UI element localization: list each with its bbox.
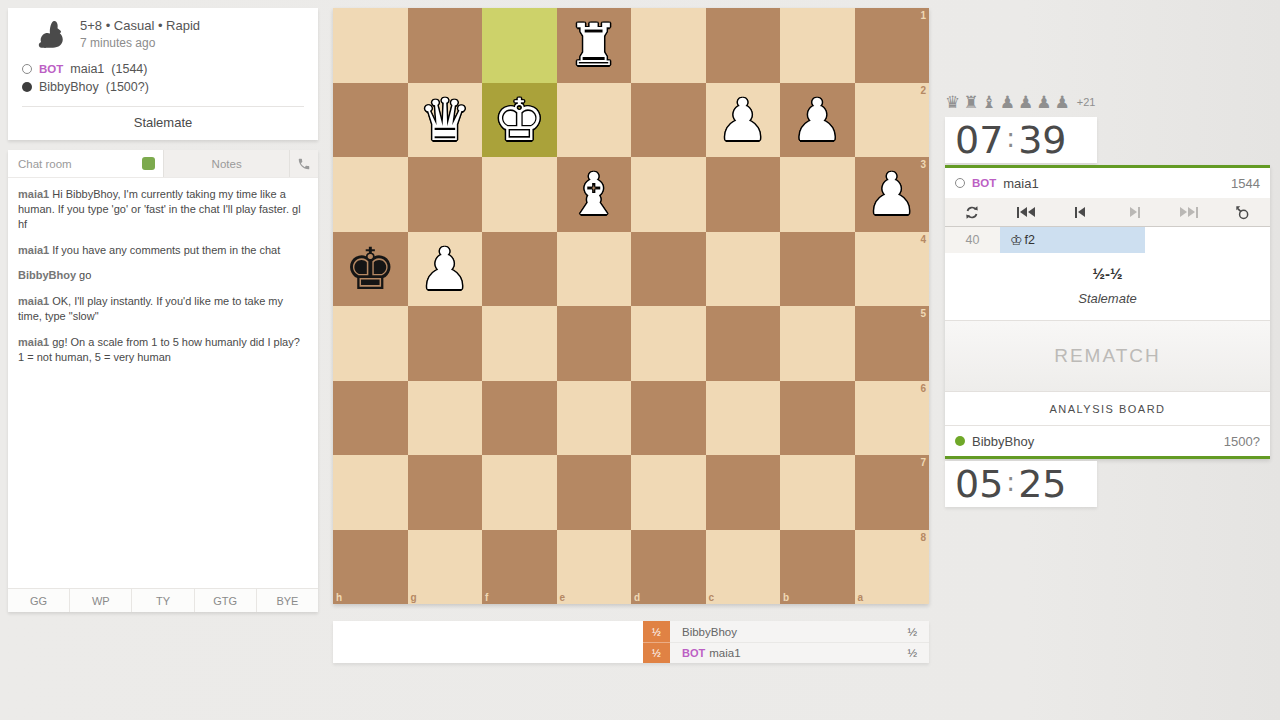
square-d8[interactable]: d <box>631 530 706 605</box>
player-black-rating: (1500?) <box>106 80 149 94</box>
time-control: 5+8 • Casual • Rapid <box>80 18 200 33</box>
captured-pieces: ♛︎♜︎♝︎♟︎♟︎♟︎♟︎+21 <box>945 92 1270 112</box>
chat-author: maia1 <box>18 336 49 348</box>
game-side-panel: ♛︎♜︎♝︎♟︎♟︎♟︎♟︎+21 07 : 39 BOT maia1 1544… <box>945 92 1270 507</box>
move-kf2[interactable]: ♔ f2 <box>1000 227 1145 253</box>
chat-panel: Chat room Notes maia1Hi BibbyBhoy, I'm c… <box>8 150 318 612</box>
rank-label-4: 4 <box>920 234 926 245</box>
white-color-icon <box>22 64 32 74</box>
square-c6[interactable] <box>706 381 781 456</box>
crosstable: ½BibbyBhoy½½BOTmaia1½ <box>333 621 929 663</box>
square-e7[interactable] <box>557 455 632 530</box>
player-black-line[interactable]: BibbyBhoy (1500?) <box>22 78 304 96</box>
white-clock-minutes: 07 <box>955 118 1003 162</box>
file-label-g: g <box>411 592 417 603</box>
player-black-name: BibbyBhoy <box>39 80 99 94</box>
square-b2[interactable]: ♟︎ <box>780 83 855 158</box>
chat-author: maia1 <box>18 244 49 256</box>
quick-chat-buttons: GGWPTYGTGBYE <box>8 588 318 612</box>
file-label-f: f <box>485 592 488 603</box>
crosstable-total-score: ½ <box>907 626 917 638</box>
quick-chat-gtg[interactable]: GTG <box>194 589 256 612</box>
chat-message: maia1If you have any comments put them i… <box>18 243 308 258</box>
file-label-d: d <box>634 592 640 603</box>
file-label-b: b <box>783 592 789 603</box>
captured-queen-icon: ♛︎ <box>945 92 960 112</box>
black-clock-seconds: 25 <box>1018 462 1066 506</box>
square-b4[interactable] <box>780 232 855 307</box>
quick-chat-gg[interactable]: GG <box>8 589 69 612</box>
rank-label-5: 5 <box>920 308 926 319</box>
top-player-name: maia1 <box>1003 176 1038 191</box>
piece-wP-b2[interactable]: ♟︎ <box>791 91 843 149</box>
clock-colon: : <box>1006 467 1015 497</box>
time-ago: 7 minutes ago <box>80 36 200 50</box>
square-f4[interactable] <box>482 232 557 307</box>
square-e2[interactable] <box>557 83 632 158</box>
square-a3[interactable]: ♟︎3 <box>855 157 930 232</box>
quick-chat-ty[interactable]: TY <box>131 589 193 612</box>
piece-wR-e1[interactable]: ♜︎ <box>568 16 620 74</box>
file-label-c: c <box>709 592 715 603</box>
replay-controls <box>945 198 1270 227</box>
crosstable-games-area <box>333 642 643 663</box>
chat-author: maia1 <box>18 188 49 200</box>
bottom-player-rating: 1500? <box>1224 434 1260 449</box>
chat-message: BibbyBhoygo <box>18 268 308 283</box>
square-g8[interactable]: g <box>408 530 483 605</box>
result-reason: Stalemate <box>945 291 1270 306</box>
crosstable-player-name[interactable]: BibbyBhoy <box>682 626 737 638</box>
square-f7[interactable] <box>482 455 557 530</box>
square-c4[interactable] <box>706 232 781 307</box>
square-a1[interactable]: 1 <box>855 8 930 83</box>
square-h5[interactable] <box>333 306 408 381</box>
rabbit-icon <box>32 18 68 52</box>
square-a5[interactable]: 5 <box>855 306 930 381</box>
piece-wB-e3[interactable]: ♝︎ <box>568 165 620 223</box>
captured-pawn-icon: ♟︎ <box>1055 92 1070 112</box>
move-list: 40 ♔ f2 <box>945 227 1270 253</box>
square-d2[interactable] <box>631 83 706 158</box>
square-d5[interactable] <box>631 306 706 381</box>
white-color-icon <box>955 178 965 188</box>
bottom-player-row[interactable]: BibbyBhoy 1500? <box>945 425 1270 456</box>
last-move-button[interactable] <box>1162 198 1216 226</box>
captured-bishop-icon: ♝︎ <box>982 92 997 112</box>
crosstable-game-score: ½ <box>643 621 670 642</box>
captured-pawn-icon: ♟︎ <box>1018 92 1033 112</box>
square-h2[interactable] <box>333 83 408 158</box>
square-h7[interactable] <box>333 455 408 530</box>
square-c1[interactable] <box>706 8 781 83</box>
square-f2[interactable]: ♚︎ <box>482 83 557 158</box>
chat-message: maia1Hi BibbyBhoy, I'm currently taking … <box>18 187 308 232</box>
file-label-h: h <box>336 592 342 603</box>
file-label-a: a <box>858 592 864 603</box>
king-move-icon: ♔ <box>1010 232 1023 248</box>
square-c8[interactable]: c <box>706 530 781 605</box>
square-g4[interactable]: ♟︎ <box>408 232 483 307</box>
square-g7[interactable] <box>408 455 483 530</box>
square-g6[interactable] <box>408 381 483 456</box>
square-e5[interactable] <box>557 306 632 381</box>
chat-author: maia1 <box>18 295 49 307</box>
result-score: ½-½ <box>945 265 1270 282</box>
square-e1[interactable]: ♜︎ <box>557 8 632 83</box>
bottom-player-name: BibbyBhoy <box>972 434 1034 449</box>
crosstable-player-cell: BibbyBhoy½ <box>670 621 929 642</box>
chess-board[interactable]: ♜︎1♛︎♚︎♟︎♟︎2♝︎♟︎3♚︎♟︎4567hgfedcb8a <box>333 8 929 604</box>
square-e6[interactable] <box>557 381 632 456</box>
square-a6[interactable]: 6 <box>855 381 930 456</box>
black-color-icon <box>22 82 32 92</box>
square-a2[interactable]: 2 <box>855 83 930 158</box>
piece-bK-h4[interactable]: ♚︎ <box>344 240 396 298</box>
square-f5[interactable] <box>482 306 557 381</box>
analysis-icon[interactable] <box>1216 198 1270 226</box>
chat-messages: maia1Hi BibbyBhoy, I'm currently taking … <box>8 178 318 588</box>
crosstable-player-name[interactable]: maia1 <box>709 647 740 659</box>
square-b3[interactable] <box>780 157 855 232</box>
player-white-rating: (1544) <box>111 62 147 76</box>
white-clock-seconds: 39 <box>1018 118 1066 162</box>
crosstable-game-score: ½ <box>643 642 670 663</box>
rank-label-7: 7 <box>920 457 926 468</box>
square-b7[interactable] <box>780 455 855 530</box>
notes-label: Notes <box>212 158 242 170</box>
tab-notes[interactable]: Notes <box>163 150 289 177</box>
square-e8[interactable]: e <box>557 530 632 605</box>
square-e3[interactable]: ♝︎ <box>557 157 632 232</box>
material-advantage: +21 <box>1077 96 1096 108</box>
square-g2[interactable]: ♛︎ <box>408 83 483 158</box>
captured-pawn-icon: ♟︎ <box>1036 92 1051 112</box>
square-c3[interactable] <box>706 157 781 232</box>
bot-tag: BOT <box>972 177 996 189</box>
piece-wP-g4[interactable]: ♟︎ <box>419 240 471 298</box>
square-c2[interactable]: ♟︎ <box>706 83 781 158</box>
rank-label-1: 1 <box>920 10 926 21</box>
piece-wP-a3[interactable]: ♟︎ <box>866 165 918 223</box>
crosstable-player-cell: BOTmaia1½ <box>670 642 929 663</box>
move-number: 40 <box>945 227 1000 253</box>
chat-toggle[interactable] <box>142 157 155 170</box>
quick-chat-wp[interactable]: WP <box>69 589 131 612</box>
first-move-button[interactable] <box>999 198 1053 226</box>
square-f6[interactable] <box>482 381 557 456</box>
move-target: f2 <box>1025 233 1035 247</box>
square-c7[interactable] <box>706 455 781 530</box>
square-b5[interactable] <box>780 306 855 381</box>
captured-pawn-icon: ♟︎ <box>1000 92 1015 112</box>
square-d1[interactable] <box>631 8 706 83</box>
square-f1[interactable] <box>482 8 557 83</box>
crosstable-games-area <box>333 621 643 642</box>
square-d3[interactable] <box>631 157 706 232</box>
white-clock: 07 : 39 <box>945 117 1097 163</box>
square-h1[interactable] <box>333 8 408 83</box>
square-a4[interactable]: 4 <box>855 232 930 307</box>
analysis-board-button[interactable]: ANALYSIS BOARD <box>945 391 1270 425</box>
next-move-button[interactable] <box>1108 198 1162 226</box>
piece-wP-c2[interactable]: ♟︎ <box>717 91 769 149</box>
tab-chat-room[interactable]: Chat room <box>8 150 163 177</box>
previous-move-button[interactable] <box>1053 198 1107 226</box>
square-b6[interactable] <box>780 381 855 456</box>
game-info-card: 5+8 • Casual • Rapid 7 minutes ago BOT m… <box>8 8 318 140</box>
square-b1[interactable] <box>780 8 855 83</box>
square-f8[interactable]: f <box>482 530 557 605</box>
rank-label-6: 6 <box>920 383 926 394</box>
square-d7[interactable] <box>631 455 706 530</box>
square-b8[interactable]: b <box>780 530 855 605</box>
top-player-rating: 1544 <box>1231 176 1260 191</box>
rank-label-3: 3 <box>920 159 926 170</box>
crosstable-row: ½BOTmaia1½ <box>333 642 929 663</box>
quick-chat-bye[interactable]: BYE <box>256 589 318 612</box>
square-h6[interactable] <box>333 381 408 456</box>
square-a8[interactable]: 8a <box>855 530 930 605</box>
chat-room-label: Chat room <box>18 158 72 170</box>
square-d4[interactable] <box>631 232 706 307</box>
rank-label-8: 8 <box>920 532 926 543</box>
chat-author: BibbyBhoy <box>18 269 76 281</box>
phone-icon[interactable] <box>289 150 318 177</box>
player-white-line[interactable]: BOT maia1 (1544) <box>22 60 304 78</box>
crosstable-total-score: ½ <box>907 647 917 659</box>
piece-wQ-g2[interactable]: ♛︎ <box>419 91 471 149</box>
square-h3[interactable] <box>333 157 408 232</box>
rank-label-2: 2 <box>920 85 926 96</box>
bot-tag: BOT <box>39 63 63 75</box>
result-block: ½-½ Stalemate <box>945 253 1270 320</box>
black-clock-minutes: 05 <box>955 462 1003 506</box>
square-c5[interactable] <box>706 306 781 381</box>
bot-tag: BOT <box>682 647 705 659</box>
rematch-button[interactable]: REMATCH <box>945 320 1270 391</box>
clock-colon: : <box>1006 123 1015 153</box>
square-e4[interactable] <box>557 232 632 307</box>
black-clock: 05 : 25 <box>945 461 1097 507</box>
top-player-row[interactable]: BOT maia1 1544 <box>945 168 1270 198</box>
chat-message: maia1gg! On a scale from 1 to 5 how huma… <box>18 335 308 365</box>
piece-wK-f2[interactable]: ♚︎ <box>493 91 545 149</box>
captured-rook-icon: ♜︎ <box>963 92 978 112</box>
crosstable-row: ½BibbyBhoy½ <box>333 621 929 642</box>
square-f3[interactable] <box>482 157 557 232</box>
chat-message: maia1OK, I'll play instantly. If you'd l… <box>18 294 308 324</box>
square-h8[interactable]: h <box>333 530 408 605</box>
file-label-e: e <box>560 592 566 603</box>
square-h4[interactable]: ♚︎ <box>333 232 408 307</box>
result-text: Stalemate <box>22 115 304 130</box>
square-a7[interactable]: 7 <box>855 455 930 530</box>
flip-board-button[interactable] <box>945 198 999 226</box>
square-g5[interactable] <box>408 306 483 381</box>
square-d6[interactable] <box>631 381 706 456</box>
online-indicator <box>955 436 965 446</box>
square-g3[interactable] <box>408 157 483 232</box>
square-g1[interactable] <box>408 8 483 83</box>
player-white-name: maia1 <box>70 62 104 76</box>
